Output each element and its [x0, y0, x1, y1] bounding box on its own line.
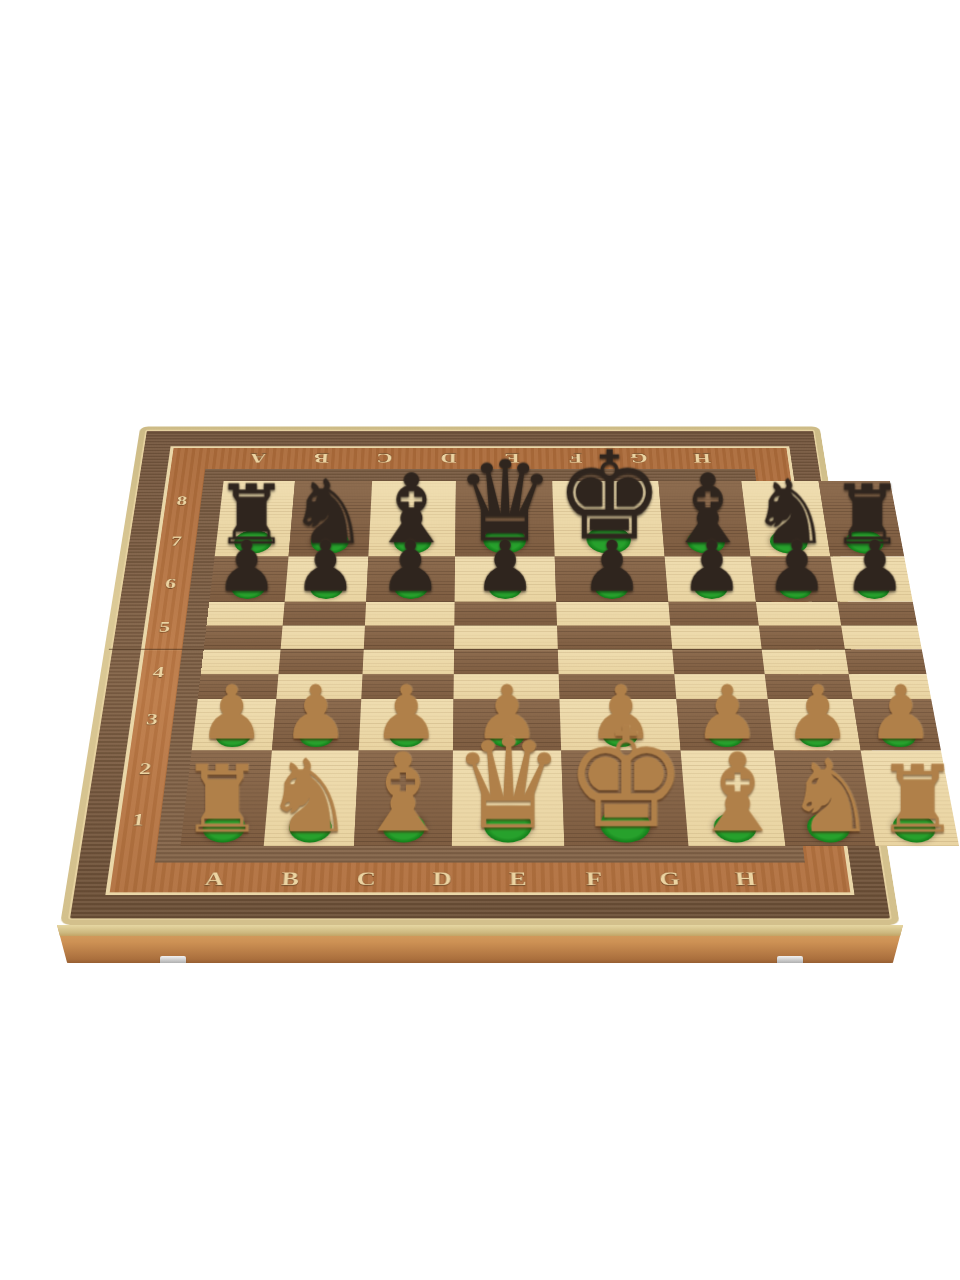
file-label-b: B [314, 451, 330, 464]
rank-label-8: 8 [772, 494, 784, 507]
file-label-g: G [629, 451, 647, 464]
black-pawn: ♟ [681, 532, 744, 602]
white-bishop: ♝ [354, 738, 451, 847]
white-bishop: ♝ [688, 738, 785, 847]
square-a6 [207, 602, 285, 626]
square-g1: ♞ [774, 750, 876, 846]
rank-label-8: 8 [176, 494, 188, 507]
square-a1: ♜ [180, 750, 272, 846]
latch-left [160, 956, 186, 1002]
box-edge-bevel [57, 925, 903, 936]
square-h7: ♟ [830, 556, 912, 601]
white-queen: ♛ [452, 721, 565, 847]
black-pawn: ♟ [844, 532, 907, 602]
rank-label-3: 3 [801, 712, 815, 728]
black-pawn: ♟ [765, 532, 828, 602]
board-squares: ♜♞♝♛♚♝♞♜♟♟♟♟♟♟♟♟♟♟♟♟♟♟♟♟♜♞♝♛♚♝♞♜ [180, 481, 779, 846]
product-photo: ABCDEFGH ABCDEFGH 87654321 87654321 ♜♞♝♛… [0, 0, 960, 1280]
square-e6 [556, 602, 669, 626]
square-b1: ♞ [264, 750, 359, 846]
white-knight: ♞ [786, 746, 876, 847]
white-rook: ♜ [180, 754, 263, 847]
rank-label-1: 1 [131, 811, 145, 828]
square-a5 [204, 625, 283, 649]
white-pawn: ♟ [198, 676, 265, 751]
black-pawn: ♟ [294, 532, 357, 602]
square-f5 [670, 625, 762, 649]
rank-label-7: 7 [170, 535, 182, 548]
square-c1: ♝ [354, 750, 452, 846]
latch-plate-icon [160, 956, 186, 965]
square-d1: ♛ [452, 750, 565, 846]
white-knight: ♞ [264, 746, 354, 847]
rank-label-2: 2 [138, 760, 152, 776]
latch-plate-icon [777, 956, 803, 965]
square-a7: ♟ [209, 556, 288, 601]
black-pawn: ♟ [216, 532, 279, 602]
square-c7: ♟ [366, 556, 454, 601]
file-label-h: H [693, 451, 712, 464]
rank-label-3: 3 [145, 712, 159, 728]
square-h5 [841, 625, 922, 649]
black-pawn: ♟ [474, 532, 537, 602]
rank-label-1: 1 [814, 811, 828, 828]
file-label-f: F [568, 451, 582, 464]
rank-label-6: 6 [164, 576, 177, 590]
square-c5 [364, 625, 454, 649]
rank-label-2: 2 [808, 760, 822, 776]
rank-label-5: 5 [789, 620, 802, 634]
file-label-c: C [377, 451, 394, 464]
file-label-d: D [440, 451, 456, 464]
black-pawn: ♟ [379, 532, 442, 602]
square-d5 [454, 625, 558, 649]
rank-label-4: 4 [795, 665, 808, 680]
rank-label-4: 4 [152, 665, 165, 680]
black-pawn: ♟ [581, 532, 644, 602]
square-b5 [281, 625, 366, 649]
square-c6 [365, 602, 454, 626]
square-h6 [838, 602, 918, 626]
rank-label-6: 6 [783, 576, 796, 590]
box-edge [57, 925, 903, 963]
latch-right [777, 956, 803, 1002]
file-label-a: A [249, 451, 266, 464]
board-top-surface: ABCDEFGH ABCDEFGH 87654321 87654321 ♜♞♝♛… [60, 426, 900, 925]
square-b6 [283, 602, 367, 626]
chess-board: ABCDEFGH ABCDEFGH 87654321 87654321 ♜♞♝♛… [60, 85, 900, 925]
white-pawn: ♟ [868, 676, 935, 751]
white-king: ♚ [565, 710, 689, 848]
white-rook: ♜ [876, 754, 959, 847]
rank-label-5: 5 [158, 620, 171, 634]
latch-shell-icon [163, 965, 183, 993]
fold-seam [109, 649, 851, 650]
square-f1: ♝ [680, 750, 785, 846]
square-b7: ♟ [285, 556, 369, 601]
square-g5 [759, 625, 845, 649]
square-e5 [557, 625, 672, 649]
square-e1: ♚ [561, 750, 688, 846]
latch-shell-icon [780, 965, 800, 993]
rank-label-7: 7 [777, 535, 789, 548]
file-label-e: E [504, 451, 519, 464]
square-f6 [668, 602, 759, 626]
square-d6 [454, 602, 557, 626]
